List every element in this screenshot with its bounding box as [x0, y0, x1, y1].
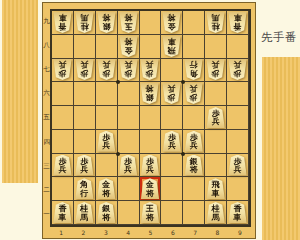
gote-king[interactable]: 玉将 [119, 12, 138, 33]
square-1三[interactable]: 歩兵 [52, 154, 74, 178]
sente-pawn[interactable]: 歩兵 [140, 155, 159, 176]
gote-gold[interactable]: 金将 [162, 12, 181, 33]
square-1四[interactable] [52, 130, 74, 154]
right-decoration-strip [262, 57, 300, 240]
gote-silver[interactable]: 銀将 [97, 12, 116, 33]
sente-pawn[interactable]: 歩兵 [75, 155, 94, 176]
rank-label: 九 [43, 9, 50, 33]
sente-pawn[interactable]: 歩兵 [97, 131, 116, 152]
gote-pawn[interactable]: 歩兵 [228, 59, 247, 80]
rank-label: 三 [43, 154, 50, 178]
left-decoration-strip [2, 0, 38, 183]
square-1五[interactable] [52, 106, 74, 130]
square-4二[interactable] [118, 177, 140, 201]
square-2四[interactable] [74, 130, 96, 154]
square-3四[interactable]: 歩兵 [96, 130, 118, 154]
square-8一[interactable]: 桂馬 [205, 201, 227, 225]
square-8六[interactable] [205, 82, 227, 106]
square-1一[interactable]: 香車 [52, 201, 74, 225]
file-label: 3 [95, 227, 117, 238]
sente-pawn[interactable]: 歩兵 [206, 107, 225, 128]
sente-gold[interactable]: 金将 [140, 178, 159, 199]
square-7七[interactable]: 角行 [183, 59, 205, 83]
turn-indicator: 先手番 [258, 30, 300, 45]
board-grid: 香車桂馬銀将玉将金将桂馬香車金将飛車歩兵歩兵歩兵歩兵歩兵角行歩兵歩兵銀将歩兵歩兵… [50, 9, 251, 227]
gote-pawn[interactable]: 歩兵 [75, 59, 94, 80]
file-label: 7 [184, 227, 206, 238]
gote-knight[interactable]: 桂馬 [206, 12, 225, 33]
square-3五[interactable] [96, 106, 118, 130]
sente-pawn[interactable]: 歩兵 [184, 131, 203, 152]
gote-knight[interactable]: 桂馬 [75, 12, 94, 33]
sente-silver[interactable]: 銀将 [97, 202, 116, 223]
square-6三[interactable] [161, 154, 183, 178]
square-4三[interactable]: 歩兵 [118, 154, 140, 178]
gote-pawn[interactable]: 歩兵 [53, 59, 72, 80]
rank-label: 八 [43, 33, 50, 57]
sente-king[interactable]: 王将 [140, 202, 159, 223]
square-6七[interactable] [161, 59, 183, 83]
square-7九[interactable] [183, 11, 205, 35]
square-5六[interactable]: 銀将 [140, 82, 162, 106]
square-2三[interactable]: 歩兵 [74, 154, 96, 178]
square-4八[interactable]: 金将 [118, 35, 140, 59]
rank-labels: 九八七六五四三二一 [43, 9, 50, 227]
square-7八[interactable] [183, 35, 205, 59]
file-label: 6 [162, 227, 184, 238]
square-3七[interactable]: 歩兵 [96, 59, 118, 83]
file-label: 4 [117, 227, 139, 238]
hoshi-dot [116, 80, 120, 84]
file-label: 2 [72, 227, 94, 238]
square-2七[interactable]: 歩兵 [74, 59, 96, 83]
square-3三[interactable] [96, 154, 118, 178]
square-7一[interactable] [183, 201, 205, 225]
square-4六[interactable] [118, 82, 140, 106]
square-5三[interactable]: 歩兵 [140, 154, 162, 178]
square-6六[interactable]: 歩兵 [161, 82, 183, 106]
gote-lance[interactable]: 香車 [228, 12, 247, 33]
square-9五[interactable] [227, 106, 249, 130]
square-6九[interactable]: 金将 [161, 11, 183, 35]
square-1七[interactable]: 歩兵 [52, 59, 74, 83]
square-9一[interactable]: 香車 [227, 201, 249, 225]
square-8三[interactable] [205, 154, 227, 178]
file-label: 1 [50, 227, 72, 238]
rank-label: 五 [43, 106, 50, 130]
square-4一[interactable] [118, 201, 140, 225]
square-5八[interactable] [140, 35, 162, 59]
square-5五[interactable] [140, 106, 162, 130]
square-7六[interactable]: 歩兵 [183, 82, 205, 106]
square-2五[interactable] [74, 106, 96, 130]
sente-lance[interactable]: 香車 [228, 202, 247, 223]
square-6二[interactable] [161, 177, 183, 201]
rank-label: 二 [43, 179, 50, 203]
square-9四[interactable] [227, 130, 249, 154]
sente-rook[interactable]: 飛車 [206, 178, 225, 199]
square-9九[interactable]: 香車 [227, 11, 249, 35]
gote-lance[interactable]: 香車 [53, 12, 72, 33]
square-2一[interactable]: 桂馬 [74, 201, 96, 225]
square-4七[interactable]: 歩兵 [118, 59, 140, 83]
square-6五[interactable] [161, 106, 183, 130]
square-7五[interactable] [183, 106, 205, 130]
gote-rook[interactable]: 飛車 [162, 36, 181, 57]
square-6八[interactable]: 飛車 [161, 35, 183, 59]
gote-pawn[interactable]: 歩兵 [119, 59, 138, 80]
square-3六[interactable] [96, 82, 118, 106]
square-4九[interactable]: 玉将 [118, 11, 140, 35]
square-7四[interactable]: 歩兵 [183, 130, 205, 154]
sente-pawn[interactable]: 歩兵 [53, 155, 72, 176]
square-4五[interactable] [118, 106, 140, 130]
file-label: 9 [229, 227, 251, 238]
square-8九[interactable]: 桂馬 [205, 11, 227, 35]
sente-knight[interactable]: 桂馬 [206, 202, 225, 223]
file-label: 5 [139, 227, 161, 238]
square-5一[interactable]: 王将 [140, 201, 162, 225]
square-3一[interactable]: 銀将 [96, 201, 118, 225]
square-8五[interactable]: 歩兵 [205, 106, 227, 130]
gote-gold[interactable]: 金将 [119, 36, 138, 57]
square-7二[interactable] [183, 177, 205, 201]
square-9二[interactable] [227, 177, 249, 201]
hoshi-dot [181, 80, 185, 84]
square-8四[interactable] [205, 130, 227, 154]
square-2八[interactable] [74, 35, 96, 59]
sente-pawn[interactable]: 歩兵 [228, 155, 247, 176]
gote-pawn[interactable]: 歩兵 [140, 59, 159, 80]
square-9八[interactable] [227, 35, 249, 59]
square-5二[interactable]: 金将 [140, 177, 162, 201]
square-7三[interactable]: 銀将 [183, 154, 205, 178]
gote-bishop[interactable]: 角行 [184, 59, 203, 80]
gote-pawn[interactable]: 歩兵 [162, 83, 181, 104]
hoshi-dot [116, 152, 120, 156]
hoshi-dot [181, 152, 185, 156]
square-5四[interactable] [140, 130, 162, 154]
square-5七[interactable]: 歩兵 [140, 59, 162, 83]
square-3八[interactable] [96, 35, 118, 59]
rank-label: 七 [43, 57, 50, 81]
rank-label: 一 [43, 203, 50, 227]
square-5九[interactable] [140, 11, 162, 35]
square-9三[interactable]: 歩兵 [227, 154, 249, 178]
square-1六[interactable] [52, 82, 74, 106]
gote-silver[interactable]: 銀将 [140, 83, 159, 104]
file-label: 8 [206, 227, 228, 238]
square-8二[interactable]: 飛車 [205, 177, 227, 201]
sente-silver[interactable]: 銀将 [184, 155, 203, 176]
sente-pawn[interactable]: 歩兵 [119, 155, 138, 176]
square-4四[interactable] [118, 130, 140, 154]
square-3二[interactable]: 金将 [96, 177, 118, 201]
square-1九[interactable]: 香車 [52, 11, 74, 35]
rank-label: 六 [43, 82, 50, 106]
square-2九[interactable]: 桂馬 [74, 11, 96, 35]
shogi-board: 九八七六五四三二一 香車桂馬銀将玉将金将桂馬香車金将飛車歩兵歩兵歩兵歩兵歩兵角行… [42, 2, 256, 239]
square-9六[interactable] [227, 82, 249, 106]
square-1二[interactable] [52, 177, 74, 201]
square-8八[interactable] [205, 35, 227, 59]
sente-gold[interactable]: 金将 [97, 178, 116, 199]
sente-lance[interactable]: 香車 [53, 202, 72, 223]
square-9七[interactable]: 歩兵 [227, 59, 249, 83]
square-8七[interactable]: 歩兵 [205, 59, 227, 83]
square-2二[interactable]: 角行 [74, 177, 96, 201]
gote-pawn[interactable]: 歩兵 [206, 59, 225, 80]
square-6一[interactable] [161, 201, 183, 225]
square-1八[interactable] [52, 35, 74, 59]
page: 先手番 九八七六五四三二一 香車桂馬銀将玉将金将桂馬香車金将飛車歩兵歩兵歩兵歩兵… [0, 0, 300, 240]
gote-pawn[interactable]: 歩兵 [97, 59, 116, 80]
gote-pawn[interactable]: 歩兵 [184, 83, 203, 104]
square-2六[interactable] [74, 82, 96, 106]
rank-label: 四 [43, 130, 50, 154]
square-3九[interactable]: 銀将 [96, 11, 118, 35]
file-labels: 123456789 [50, 227, 251, 238]
square-6四[interactable]: 歩兵 [161, 130, 183, 154]
sente-knight[interactable]: 桂馬 [75, 202, 94, 223]
sente-pawn[interactable]: 歩兵 [162, 131, 181, 152]
sente-bishop[interactable]: 角行 [75, 178, 94, 199]
